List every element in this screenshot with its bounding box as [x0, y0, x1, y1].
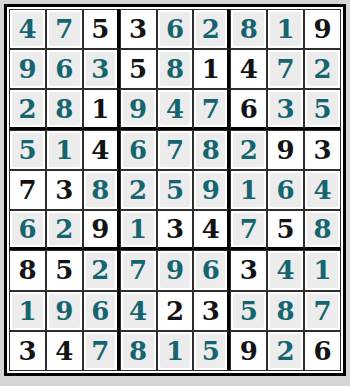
solved-digit: 4 — [270, 253, 301, 287]
cell-r9c5[interactable]: 1 — [157, 331, 194, 371]
solved-digit: 7 — [270, 52, 301, 86]
cell-r4c2[interactable]: 1 — [46, 130, 83, 170]
solved-digit: 9 — [49, 294, 80, 328]
given-digit: 4 — [86, 133, 115, 167]
given-digit: 1 — [196, 52, 225, 86]
given-digit: 5 — [270, 213, 301, 245]
cell-r6c2[interactable]: 2 — [46, 210, 83, 250]
cell-r9c4[interactable]: 8 — [120, 331, 157, 371]
cell-r7c1[interactable]: 8 — [9, 250, 46, 290]
cell-r8c1[interactable]: 1 — [9, 291, 46, 331]
given-digit: 4 — [233, 52, 264, 86]
solved-digit: 2 — [307, 52, 338, 86]
solved-digit: 8 — [123, 334, 154, 368]
solved-digit: 6 — [270, 173, 301, 207]
solved-digit: 2 — [270, 334, 301, 368]
cell-r1c6[interactable]: 2 — [193, 9, 230, 49]
solved-digit: 7 — [307, 294, 338, 328]
cell-r1c2[interactable]: 7 — [46, 9, 83, 49]
cell-r2c4[interactable]: 5 — [120, 49, 157, 89]
cell-r6c3[interactable]: 9 — [83, 210, 120, 250]
given-digit: 9 — [307, 12, 338, 46]
solved-digit: 2 — [233, 133, 264, 167]
solved-digit: 6 — [123, 133, 154, 167]
solved-digit: 1 — [123, 213, 154, 245]
cell-r4c9[interactable]: 3 — [304, 130, 341, 170]
solved-digit: 2 — [196, 12, 225, 46]
cell-r9c7[interactable]: 9 — [230, 331, 267, 371]
sudoku-board-frame: 4753628199635814722819476355146782937382… — [4, 4, 346, 376]
cell-r4c1[interactable]: 5 — [9, 130, 46, 170]
cell-r6c7[interactable]: 7 — [230, 210, 267, 250]
cell-r6c8[interactable]: 5 — [267, 210, 304, 250]
cell-r7c9[interactable]: 1 — [304, 250, 341, 290]
given-digit: 9 — [86, 213, 115, 245]
cell-r9c1[interactable]: 3 — [9, 331, 46, 371]
cell-r8c6[interactable]: 3 — [193, 291, 230, 331]
cell-r3c6[interactable]: 7 — [193, 89, 230, 129]
cell-r7c4[interactable]: 7 — [120, 250, 157, 290]
solved-digit: 1 — [233, 173, 264, 207]
solved-digit: 1 — [307, 253, 338, 287]
cell-r7c6[interactable]: 6 — [193, 250, 230, 290]
cell-r2c1[interactable]: 9 — [9, 49, 46, 89]
solved-digit: 4 — [307, 173, 338, 207]
solved-digit: 5 — [196, 334, 225, 368]
cell-r1c5[interactable]: 6 — [157, 9, 194, 49]
solved-digit: 9 — [12, 52, 43, 86]
cell-r3c9[interactable]: 5 — [304, 89, 341, 129]
cell-r4c6[interactable]: 8 — [193, 130, 230, 170]
cell-r4c5[interactable]: 7 — [157, 130, 194, 170]
solved-digit: 3 — [86, 52, 115, 86]
cell-r5c7[interactable]: 1 — [230, 170, 267, 210]
sudoku-grid: 4753628199635814722819476355146782937382… — [9, 9, 341, 371]
given-digit: 6 — [233, 92, 264, 124]
cell-r9c2[interactable]: 4 — [46, 331, 83, 371]
solved-digit: 6 — [12, 213, 43, 245]
cell-r3c1[interactable]: 2 — [9, 89, 46, 129]
solved-digit: 3 — [270, 92, 301, 124]
cell-r3c5[interactable]: 4 — [157, 89, 194, 129]
cell-r8c7[interactable]: 5 — [230, 291, 267, 331]
given-digit: 5 — [49, 253, 80, 287]
cell-r6c1[interactable]: 6 — [9, 210, 46, 250]
cell-r9c3[interactable]: 7 — [83, 331, 120, 371]
cell-r3c4[interactable]: 9 — [120, 89, 157, 129]
solved-digit: 9 — [160, 253, 191, 287]
solved-digit: 8 — [196, 133, 225, 167]
solved-digit: 8 — [307, 213, 338, 245]
solved-digit: 7 — [123, 253, 154, 287]
cell-r2c9[interactable]: 2 — [304, 49, 341, 89]
given-digit: 7 — [12, 173, 43, 207]
solved-digit: 2 — [49, 213, 80, 245]
cell-r7c5[interactable]: 9 — [157, 250, 194, 290]
given-digit: 3 — [160, 213, 191, 245]
cell-r9c6[interactable]: 5 — [193, 331, 230, 371]
cell-r5c1[interactable]: 7 — [9, 170, 46, 210]
cell-r1c1[interactable]: 4 — [9, 9, 46, 49]
solved-digit: 2 — [86, 253, 115, 287]
given-digit: 5 — [86, 12, 115, 46]
cell-r3c7[interactable]: 6 — [230, 89, 267, 129]
given-digit: 3 — [233, 253, 264, 287]
solved-digit: 7 — [86, 334, 115, 368]
solved-digit: 6 — [49, 52, 80, 86]
cell-r8c5[interactable]: 2 — [157, 291, 194, 331]
cell-r2c2[interactable]: 6 — [46, 49, 83, 89]
cell-r3c3[interactable]: 1 — [83, 89, 120, 129]
solved-digit: 4 — [12, 12, 43, 46]
given-digit: 3 — [307, 133, 338, 167]
solved-digit: 5 — [307, 92, 338, 124]
solved-digit: 7 — [196, 92, 225, 124]
cell-r6c9[interactable]: 8 — [304, 210, 341, 250]
cell-r9c9[interactable]: 6 — [304, 331, 341, 371]
solved-digit: 4 — [160, 92, 191, 124]
given-digit: 4 — [49, 334, 80, 368]
given-digit: 3 — [196, 294, 225, 328]
solved-digit: 7 — [160, 133, 191, 167]
solved-digit: 1 — [270, 12, 301, 46]
solved-digit: 6 — [160, 12, 191, 46]
cell-r6c5[interactable]: 3 — [157, 210, 194, 250]
solved-digit: 7 — [233, 213, 264, 245]
cell-r3c2[interactable]: 8 — [46, 89, 83, 129]
cell-r5c5[interactable]: 5 — [157, 170, 194, 210]
cell-r8c9[interactable]: 7 — [304, 291, 341, 331]
cell-r9c8[interactable]: 2 — [267, 331, 304, 371]
given-digit: 9 — [270, 133, 301, 167]
solved-digit: 4 — [123, 294, 154, 328]
solved-digit: 1 — [12, 294, 43, 328]
given-digit: 1 — [86, 92, 115, 124]
cell-r5c2[interactable]: 3 — [46, 170, 83, 210]
cell-r8c2[interactable]: 9 — [46, 291, 83, 331]
cell-r4c7[interactable]: 2 — [230, 130, 267, 170]
cell-r2c6[interactable]: 1 — [193, 49, 230, 89]
cell-r8c8[interactable]: 8 — [267, 291, 304, 331]
cell-r3c8[interactable]: 3 — [267, 89, 304, 129]
cell-r2c5[interactable]: 8 — [157, 49, 194, 89]
cell-r7c8[interactable]: 4 — [267, 250, 304, 290]
cell-r5c4[interactable]: 2 — [120, 170, 157, 210]
solved-digit: 2 — [12, 92, 43, 124]
solved-digit: 5 — [12, 133, 43, 167]
cell-r7c7[interactable]: 3 — [230, 250, 267, 290]
cell-r2c7[interactable]: 4 — [230, 49, 267, 89]
cell-r7c3[interactable]: 2 — [83, 250, 120, 290]
solved-digit: 1 — [49, 133, 80, 167]
cell-r2c8[interactable]: 7 — [267, 49, 304, 89]
cell-r5c8[interactable]: 6 — [267, 170, 304, 210]
solved-digit: 5 — [160, 173, 191, 207]
cell-r4c4[interactable]: 6 — [120, 130, 157, 170]
cell-r1c9[interactable]: 9 — [304, 9, 341, 49]
solved-digit: 5 — [233, 294, 264, 328]
cell-r8c3[interactable]: 6 — [83, 291, 120, 331]
solved-digit: 8 — [233, 12, 264, 46]
cell-r1c3[interactable]: 5 — [83, 9, 120, 49]
solved-digit: 1 — [160, 334, 191, 368]
cell-r8c4[interactable]: 4 — [120, 291, 157, 331]
cell-r4c8[interactable]: 9 — [267, 130, 304, 170]
given-digit: 9 — [233, 334, 264, 368]
cell-r6c6[interactable]: 4 — [193, 210, 230, 250]
cell-r5c3[interactable]: 8 — [83, 170, 120, 210]
cell-r2c3[interactable]: 3 — [83, 49, 120, 89]
given-digit: 5 — [123, 52, 154, 86]
solved-digit: 8 — [49, 92, 80, 124]
solved-digit: 6 — [86, 294, 115, 328]
cell-r1c7[interactable]: 8 — [230, 9, 267, 49]
cell-r1c8[interactable]: 1 — [267, 9, 304, 49]
solved-digit: 9 — [123, 92, 154, 124]
given-digit: 3 — [12, 334, 43, 368]
solved-digit: 6 — [196, 253, 225, 287]
cell-r5c6[interactable]: 9 — [193, 170, 230, 210]
given-digit: 4 — [196, 213, 225, 245]
given-digit: 3 — [123, 12, 154, 46]
cell-r5c9[interactable]: 4 — [304, 170, 341, 210]
solved-digit: 8 — [86, 173, 115, 207]
cell-r6c4[interactable]: 1 — [120, 210, 157, 250]
solved-digit: 7 — [49, 12, 80, 46]
solved-digit: 8 — [160, 52, 191, 86]
given-digit: 2 — [160, 294, 191, 328]
cell-r7c2[interactable]: 5 — [46, 250, 83, 290]
solved-digit: 8 — [270, 294, 301, 328]
solved-digit: 9 — [196, 173, 225, 207]
solved-digit: 2 — [123, 173, 154, 207]
cell-r4c3[interactable]: 4 — [83, 130, 120, 170]
given-digit: 6 — [307, 334, 338, 368]
given-digit: 8 — [12, 253, 43, 287]
given-digit: 3 — [49, 173, 80, 207]
cell-r1c4[interactable]: 3 — [120, 9, 157, 49]
